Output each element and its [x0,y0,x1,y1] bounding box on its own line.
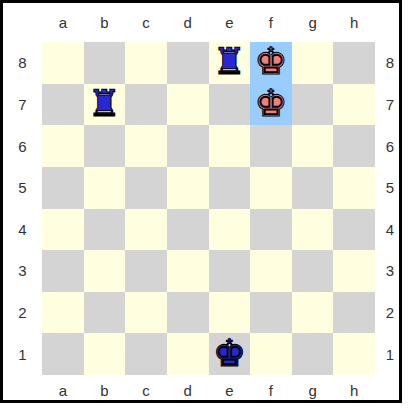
square-h5[interactable] [333,167,375,209]
file-label-a: a [59,14,67,31]
file-label-c: c [142,14,150,31]
square-b6[interactable] [84,125,126,167]
rank-label-2: 2 [18,304,26,321]
square-b5[interactable] [84,167,126,209]
square-g6[interactable] [292,125,334,167]
rank-label-8: 8 [386,54,394,71]
square-e3[interactable] [209,250,251,292]
file-label-g: g [308,382,316,399]
square-g5[interactable] [292,167,334,209]
file-label-b: b [100,14,108,31]
rank-label-2: 2 [386,304,394,321]
square-d3[interactable] [167,250,209,292]
file-label-g: g [308,14,316,31]
square-h3[interactable] [333,250,375,292]
square-g8[interactable] [292,42,334,84]
square-d6[interactable] [167,125,209,167]
square-e1[interactable]: ♚ [209,333,251,375]
square-c5[interactable] [125,167,167,209]
blue-rook-e8[interactable]: ♜ [213,43,246,80]
file-label-e: e [225,382,233,399]
rank-label-5: 5 [18,179,26,196]
square-c6[interactable] [125,125,167,167]
file-label-a: a [59,382,67,399]
square-a7[interactable] [42,84,84,126]
blue-king-e1[interactable]: ♚ [213,335,246,372]
rank-label-4: 4 [18,221,26,238]
chess-diagram: abcdefgh 87654321 ♜♚♜♚♚ 87654321 abcdefg… [0,0,402,403]
square-d5[interactable] [167,167,209,209]
square-f6[interactable] [250,125,292,167]
square-b7[interactable]: ♜ [84,84,126,126]
square-f5[interactable] [250,167,292,209]
square-a2[interactable] [42,292,84,334]
square-a1[interactable] [42,333,84,375]
square-f7[interactable]: ♚ [250,84,292,126]
square-e4[interactable] [209,209,251,251]
square-c3[interactable] [125,250,167,292]
square-c1[interactable] [125,333,167,375]
square-e7[interactable] [209,84,251,126]
square-e6[interactable] [209,125,251,167]
square-b2[interactable] [84,292,126,334]
file-label-h: h [350,382,358,399]
square-h7[interactable] [333,84,375,126]
square-h4[interactable] [333,209,375,251]
square-f2[interactable] [250,292,292,334]
rank-label-1: 1 [18,346,26,363]
file-label-f: f [269,14,273,31]
rank-labels-left: 87654321 [3,42,42,375]
rank-label-8: 8 [18,54,26,71]
chessboard: ♜♚♜♚♚ [42,42,375,375]
square-h2[interactable] [333,292,375,334]
square-c2[interactable] [125,292,167,334]
square-h6[interactable] [333,125,375,167]
square-c8[interactable] [125,42,167,84]
square-g2[interactable] [292,292,334,334]
square-g7[interactable] [292,84,334,126]
square-b4[interactable] [84,209,126,251]
file-label-h: h [350,14,358,31]
rank-label-4: 4 [386,221,394,238]
square-d7[interactable] [167,84,209,126]
square-c7[interactable] [125,84,167,126]
red-king-f7[interactable]: ♚ [254,85,287,122]
square-b1[interactable] [84,333,126,375]
rank-label-7: 7 [386,96,394,113]
rank-label-6: 6 [18,138,26,155]
square-h8[interactable] [333,42,375,84]
rank-label-5: 5 [386,179,394,196]
rank-label-6: 6 [386,138,394,155]
square-g3[interactable] [292,250,334,292]
square-f3[interactable] [250,250,292,292]
square-a8[interactable] [42,42,84,84]
file-labels-top: abcdefgh [42,3,375,42]
file-label-f: f [269,382,273,399]
square-g4[interactable] [292,209,334,251]
file-label-c: c [142,382,150,399]
square-f8[interactable]: ♚ [250,42,292,84]
file-label-b: b [100,382,108,399]
square-h1[interactable] [333,333,375,375]
square-b3[interactable] [84,250,126,292]
red-king-f8[interactable]: ♚ [254,43,287,80]
file-labels-bottom: abcdefgh [42,375,375,403]
square-d8[interactable] [167,42,209,84]
blue-rook-b7[interactable]: ♜ [88,85,121,122]
square-e2[interactable] [209,292,251,334]
square-b8[interactable] [84,42,126,84]
file-label-d: d [184,14,192,31]
square-d1[interactable] [167,333,209,375]
square-e8[interactable]: ♜ [209,42,251,84]
rank-labels-right: 87654321 [375,42,402,375]
file-label-e: e [225,14,233,31]
square-d2[interactable] [167,292,209,334]
rank-label-3: 3 [386,262,394,279]
square-a5[interactable] [42,167,84,209]
square-a3[interactable] [42,250,84,292]
square-e5[interactable] [209,167,251,209]
file-label-d: d [184,382,192,399]
rank-label-7: 7 [18,96,26,113]
square-d4[interactable] [167,209,209,251]
square-f1[interactable] [250,333,292,375]
rank-label-1: 1 [386,346,394,363]
square-a6[interactable] [42,125,84,167]
square-f4[interactable] [250,209,292,251]
rank-label-3: 3 [18,262,26,279]
square-g1[interactable] [292,333,334,375]
square-a4[interactable] [42,209,84,251]
square-c4[interactable] [125,209,167,251]
